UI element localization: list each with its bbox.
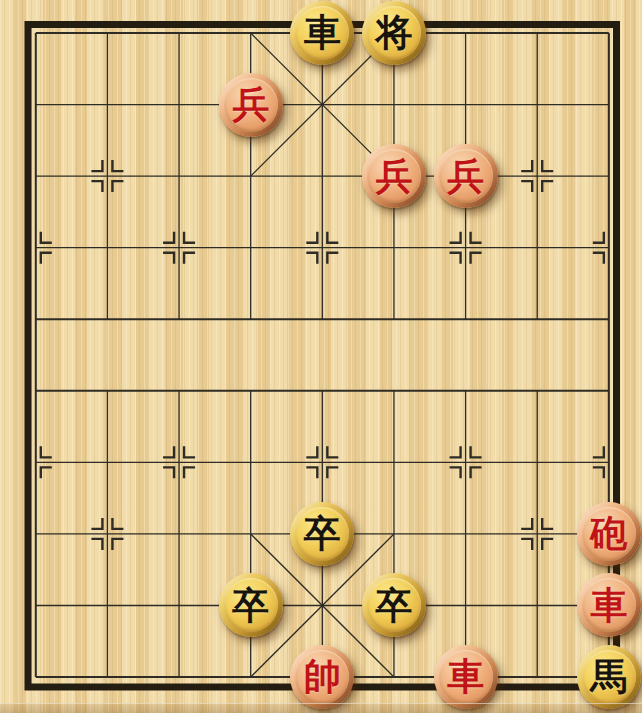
piece-red-soldier-a[interactable]: 兵 — [219, 73, 283, 137]
piece-glyph: 車 — [447, 658, 484, 695]
piece-glyph: 馬 — [590, 658, 627, 695]
piece-black-horse[interactable]: 馬 — [577, 645, 641, 709]
piece-red-chariot-b[interactable]: 車 — [434, 645, 498, 709]
piece-glyph: 卒 — [375, 587, 412, 624]
piece-glyph: 車 — [590, 587, 627, 624]
piece-glyph: 卒 — [304, 515, 341, 552]
piece-glyph: 兵 — [375, 158, 412, 195]
piece-black-soldier-c[interactable]: 卒 — [362, 573, 426, 637]
piece-glyph: 帥 — [304, 658, 341, 695]
piece-red-cannon[interactable]: 砲 — [577, 502, 641, 566]
piece-glyph: 卒 — [232, 587, 269, 624]
piece-black-soldier-b[interactable]: 卒 — [219, 573, 283, 637]
piece-red-soldier-c[interactable]: 兵 — [434, 144, 498, 208]
piece-black-soldier-a[interactable]: 卒 — [290, 502, 354, 566]
pieces-layer: 車将兵兵兵卒砲卒卒車帥車馬 — [0, 0, 642, 713]
piece-glyph: 砲 — [590, 515, 627, 552]
board-edge-shade — [0, 703, 642, 713]
piece-black-general[interactable]: 将 — [362, 1, 426, 65]
piece-glyph: 将 — [375, 14, 412, 51]
piece-glyph: 車 — [304, 14, 341, 51]
piece-red-chariot-a[interactable]: 車 — [577, 573, 641, 637]
piece-red-general[interactable]: 帥 — [290, 645, 354, 709]
xiangqi-board: 車将兵兵兵卒砲卒卒車帥車馬 — [0, 0, 642, 713]
piece-glyph: 兵 — [447, 158, 484, 195]
piece-glyph: 兵 — [232, 86, 269, 123]
piece-black-chariot[interactable]: 車 — [290, 1, 354, 65]
piece-red-soldier-b[interactable]: 兵 — [362, 144, 426, 208]
